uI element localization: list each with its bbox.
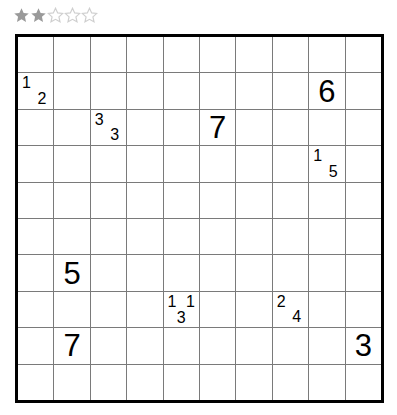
cell-r10c9[interactable] bbox=[309, 365, 344, 400]
star-filled-icon bbox=[13, 7, 30, 24]
cell-r1c3[interactable] bbox=[91, 37, 126, 72]
cell-r4c1[interactable] bbox=[18, 146, 53, 181]
cell-r8c10[interactable] bbox=[346, 292, 381, 327]
cell-r8c2[interactable] bbox=[54, 292, 89, 327]
cell-r9c5[interactable] bbox=[164, 328, 199, 363]
cell-r2c3[interactable] bbox=[91, 73, 126, 108]
cell-r7c2[interactable]: 5 bbox=[54, 255, 89, 290]
cell-r9c8[interactable] bbox=[273, 328, 308, 363]
cell-r9c10[interactable]: 3 bbox=[346, 328, 381, 363]
cell-r5c4[interactable] bbox=[127, 183, 162, 218]
cell-r7c6[interactable] bbox=[200, 255, 235, 290]
clue-value: 3 bbox=[110, 127, 119, 143]
cell-r9c6[interactable] bbox=[200, 328, 235, 363]
cell-r6c8[interactable] bbox=[273, 219, 308, 254]
star-empty-icon bbox=[81, 7, 98, 24]
cell-r6c4[interactable] bbox=[127, 219, 162, 254]
cell-r6c6[interactable] bbox=[200, 219, 235, 254]
cell-r2c6[interactable] bbox=[200, 73, 235, 108]
tapa-board: 1263371551132473 bbox=[15, 34, 384, 403]
cell-r4c10[interactable] bbox=[346, 146, 381, 181]
cell-r4c3[interactable] bbox=[91, 146, 126, 181]
cell-r4c2[interactable] bbox=[54, 146, 89, 181]
cell-r7c1[interactable] bbox=[18, 255, 53, 290]
cell-r2c2[interactable] bbox=[54, 73, 89, 108]
clue-value: 1 bbox=[168, 294, 177, 310]
cell-r8c5[interactable]: 113 bbox=[164, 292, 199, 327]
cell-r8c4[interactable] bbox=[127, 292, 162, 327]
cell-r1c2[interactable] bbox=[54, 37, 89, 72]
cell-r9c4[interactable] bbox=[127, 328, 162, 363]
clue-value: 1 bbox=[313, 148, 322, 164]
cell-r2c7[interactable] bbox=[236, 73, 271, 108]
cell-r2c1[interactable]: 12 bbox=[18, 73, 53, 108]
cell-r3c5[interactable] bbox=[164, 110, 199, 145]
cell-r1c10[interactable] bbox=[346, 37, 381, 72]
cell-r1c1[interactable] bbox=[18, 37, 53, 72]
cell-r6c7[interactable] bbox=[236, 219, 271, 254]
cell-r1c8[interactable] bbox=[273, 37, 308, 72]
cell-r8c9[interactable] bbox=[309, 292, 344, 327]
cell-r9c7[interactable] bbox=[236, 328, 271, 363]
cell-r3c6[interactable]: 7 bbox=[200, 110, 235, 145]
cell-r7c8[interactable] bbox=[273, 255, 308, 290]
cell-r2c10[interactable] bbox=[346, 73, 381, 108]
cell-r7c3[interactable] bbox=[91, 255, 126, 290]
cell-r4c4[interactable] bbox=[127, 146, 162, 181]
cell-r5c1[interactable] bbox=[18, 183, 53, 218]
cell-r1c7[interactable] bbox=[236, 37, 271, 72]
clue-value: 4 bbox=[292, 309, 301, 325]
cell-r6c9[interactable] bbox=[309, 219, 344, 254]
clue-value: 3 bbox=[95, 112, 104, 128]
clue-value: 7 bbox=[63, 330, 80, 361]
cell-r7c5[interactable] bbox=[164, 255, 199, 290]
star-empty-icon bbox=[47, 7, 64, 24]
cell-r6c2[interactable] bbox=[54, 219, 89, 254]
clue-value: 6 bbox=[318, 76, 335, 107]
cell-r5c2[interactable] bbox=[54, 183, 89, 218]
cell-r8c3[interactable] bbox=[91, 292, 126, 327]
cell-r9c1[interactable] bbox=[18, 328, 53, 363]
cell-r10c10[interactable] bbox=[346, 365, 381, 400]
clue-value: 2 bbox=[277, 294, 286, 310]
cell-r4c8[interactable] bbox=[273, 146, 308, 181]
cell-r5c6[interactable] bbox=[200, 183, 235, 218]
cell-r7c7[interactable] bbox=[236, 255, 271, 290]
cell-r10c7[interactable] bbox=[236, 365, 271, 400]
cell-r3c2[interactable] bbox=[54, 110, 89, 145]
cell-r9c9[interactable] bbox=[309, 328, 344, 363]
clue-value: 3 bbox=[177, 310, 186, 326]
cell-r8c6[interactable] bbox=[200, 292, 235, 327]
cell-r8c1[interactable] bbox=[18, 292, 53, 327]
cell-r3c1[interactable] bbox=[18, 110, 53, 145]
cell-r4c5[interactable] bbox=[164, 146, 199, 181]
cell-r6c3[interactable] bbox=[91, 219, 126, 254]
cell-r9c3[interactable] bbox=[91, 328, 126, 363]
cell-r1c4[interactable] bbox=[127, 37, 162, 72]
clue-value: 7 bbox=[209, 112, 226, 143]
cell-r8c7[interactable] bbox=[236, 292, 271, 327]
cell-r6c5[interactable] bbox=[164, 219, 199, 254]
cell-r7c10[interactable] bbox=[346, 255, 381, 290]
cell-r4c9[interactable]: 15 bbox=[309, 146, 344, 181]
cell-r3c10[interactable] bbox=[346, 110, 381, 145]
clue-value: 1 bbox=[186, 294, 195, 310]
cell-r5c3[interactable] bbox=[91, 183, 126, 218]
cell-r4c6[interactable] bbox=[200, 146, 235, 181]
cell-r10c4[interactable] bbox=[127, 365, 162, 400]
cell-r3c9[interactable] bbox=[309, 110, 344, 145]
cell-r5c9[interactable] bbox=[309, 183, 344, 218]
cell-r3c7[interactable] bbox=[236, 110, 271, 145]
cell-r2c4[interactable] bbox=[127, 73, 162, 108]
cell-r6c1[interactable] bbox=[18, 219, 53, 254]
star-filled-icon bbox=[30, 7, 47, 24]
cell-r4c7[interactable] bbox=[236, 146, 271, 181]
cell-r2c5[interactable] bbox=[164, 73, 199, 108]
star-empty-icon bbox=[64, 7, 81, 24]
cell-r1c9[interactable] bbox=[309, 37, 344, 72]
cell-r6c10[interactable] bbox=[346, 219, 381, 254]
difficulty-rating bbox=[13, 7, 98, 24]
cell-r5c5[interactable] bbox=[164, 183, 199, 218]
clue-value: 3 bbox=[355, 330, 372, 361]
cell-r5c8[interactable] bbox=[273, 183, 308, 218]
cell-r10c3[interactable] bbox=[91, 365, 126, 400]
cell-r8c8[interactable]: 24 bbox=[273, 292, 308, 327]
cell-r9c2[interactable]: 7 bbox=[54, 328, 89, 363]
cell-r10c8[interactable] bbox=[273, 365, 308, 400]
cell-r10c6[interactable] bbox=[200, 365, 235, 400]
cell-r5c10[interactable] bbox=[346, 183, 381, 218]
cell-r2c9[interactable]: 6 bbox=[309, 73, 344, 108]
cell-r3c3[interactable]: 33 bbox=[91, 110, 126, 145]
cell-r10c1[interactable] bbox=[18, 365, 53, 400]
cell-r3c4[interactable] bbox=[127, 110, 162, 145]
cell-r3c8[interactable] bbox=[273, 110, 308, 145]
cell-r5c7[interactable] bbox=[236, 183, 271, 218]
clue-value: 5 bbox=[329, 164, 338, 180]
cell-r1c5[interactable] bbox=[164, 37, 199, 72]
cell-r10c5[interactable] bbox=[164, 365, 199, 400]
clue-value: 5 bbox=[63, 258, 80, 289]
cell-r10c2[interactable] bbox=[54, 365, 89, 400]
cell-r1c6[interactable] bbox=[200, 37, 235, 72]
cell-r7c9[interactable] bbox=[309, 255, 344, 290]
cell-r7c4[interactable] bbox=[127, 255, 162, 290]
clue-value: 2 bbox=[37, 91, 46, 107]
clue-value: 1 bbox=[22, 75, 31, 91]
cell-r2c8[interactable] bbox=[273, 73, 308, 108]
